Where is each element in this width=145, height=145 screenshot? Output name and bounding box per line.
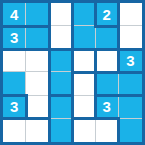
cell-r4c5[interactable] [96,72,119,95]
cell-r4c2[interactable] [26,72,49,95]
cell-r3c1[interactable] [3,49,26,72]
cell-r6c2[interactable] [26,119,49,142]
clue-number: 3 [3,26,25,48]
cell-r2c2[interactable] [26,26,49,49]
cell-r5c5[interactable]: 3 [96,96,119,119]
clue-number: 3 [119,49,142,71]
cell-r6c3[interactable] [49,119,72,142]
cell-r2c3[interactable] [49,26,72,49]
cell-r4c4[interactable] [72,72,95,95]
cell-r5c3[interactable] [49,96,72,119]
clue-number: 3 [96,96,118,118]
cell-r1c4[interactable] [72,3,95,26]
cell-r5c4[interactable] [72,96,95,119]
cell-r3c3[interactable] [49,49,72,72]
cell-r6c4[interactable] [72,119,95,142]
clue-number: 3 [3,96,25,118]
cell-r4c3[interactable] [49,72,72,95]
cell-r2c5[interactable] [96,26,119,49]
cell-r3c4[interactable] [72,49,95,72]
cell-r1c2[interactable] [26,3,49,26]
cell-r3c6[interactable]: 3 [119,49,142,72]
cell-r3c5[interactable] [96,49,119,72]
clue-number: 2 [96,3,118,25]
cell-r4c6[interactable] [119,72,142,95]
cell-r5c2[interactable] [26,96,49,119]
cell-r5c1[interactable]: 3 [3,96,26,119]
cell-r1c6[interactable] [119,3,142,26]
cell-r6c5[interactable] [96,119,119,142]
puzzle-board: 423333 [0,0,145,145]
cell-r4c1[interactable] [3,72,26,95]
cell-r6c1[interactable] [3,119,26,142]
cell-r1c3[interactable] [49,3,72,26]
cell-r1c1[interactable]: 4 [3,3,26,26]
cell-r6c6[interactable] [119,119,142,142]
cell-r2c4[interactable] [72,26,95,49]
cell-r2c6[interactable] [119,26,142,49]
cell-r5c6[interactable] [119,96,142,119]
cell-r1c5[interactable]: 2 [96,3,119,26]
clue-number: 4 [3,3,25,25]
cell-r2c1[interactable]: 3 [3,26,26,49]
cell-r3c2[interactable] [26,49,49,72]
